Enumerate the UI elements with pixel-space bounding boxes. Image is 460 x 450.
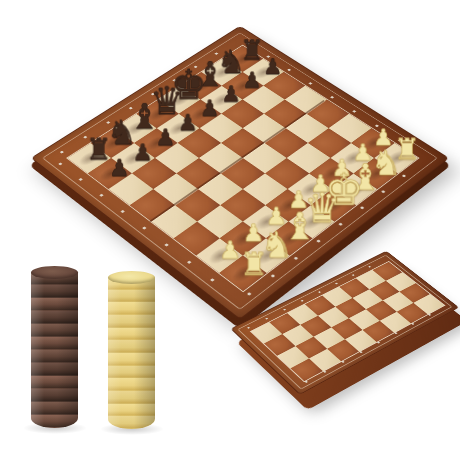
checker-disc bbox=[108, 416, 155, 429]
folded-board-square bbox=[282, 325, 313, 346]
folded-board-square bbox=[327, 339, 359, 361]
checkers-stack-brown-body bbox=[31, 272, 78, 428]
board-squares-grid: ♜♞♝♛♚♝♞♜♟♟♟♟♟♟♟♟♟♟♟♟♟♟♟♟♜♞♝♛♚♝♞♜ bbox=[66, 45, 420, 292]
checker-disc bbox=[108, 404, 155, 417]
checker-disc bbox=[31, 311, 78, 324]
folded-board-square bbox=[300, 316, 331, 337]
piece-dark-pawn-d7: ♟ bbox=[177, 112, 197, 135]
folded-board-square bbox=[277, 346, 309, 368]
piece-dark-pawn-b7: ♟ bbox=[132, 142, 153, 165]
checkers-stack-brown bbox=[31, 272, 78, 428]
piece-dark-pawn-c7: ♟ bbox=[155, 127, 176, 150]
piece-dark-pawn-e7: ♟ bbox=[199, 98, 219, 120]
checker-disc bbox=[108, 353, 155, 366]
checker-disc bbox=[31, 324, 78, 337]
checker-disc bbox=[31, 389, 78, 402]
folded-board-square bbox=[251, 322, 282, 343]
piece-dark-pawn-g7: ♟ bbox=[242, 70, 262, 92]
checker-disc bbox=[31, 363, 78, 376]
checker-disc bbox=[31, 415, 78, 428]
checker-disc bbox=[31, 402, 78, 415]
folded-board-square bbox=[296, 337, 328, 359]
checkers-stack-yellow-top bbox=[108, 271, 155, 284]
checker-disc bbox=[108, 340, 155, 353]
piece-dark-pawn-a7: ♟ bbox=[109, 157, 130, 180]
checker-disc bbox=[31, 337, 78, 350]
piece-dark-rook-a8: ♜ bbox=[85, 136, 111, 165]
checker-disc bbox=[31, 285, 78, 298]
checker-disc bbox=[108, 290, 155, 303]
piece-dark-pawn-h7: ♟ bbox=[263, 56, 282, 78]
checkers-stack-yellow-body bbox=[108, 277, 155, 429]
checkers-stack-brown-top bbox=[31, 266, 78, 279]
checker-disc bbox=[108, 378, 155, 391]
checker-disc bbox=[31, 298, 78, 311]
piece-light-rook-a1: ♜ bbox=[239, 249, 267, 280]
folded-board-square bbox=[291, 358, 323, 381]
piece-light-pawn-a2: ♟ bbox=[219, 238, 241, 263]
square-h4 bbox=[306, 100, 349, 129]
checker-disc bbox=[31, 350, 78, 363]
folded-board-square bbox=[345, 330, 377, 352]
folded-board-square bbox=[264, 334, 295, 356]
checker-disc bbox=[31, 376, 78, 389]
checker-disc bbox=[108, 302, 155, 315]
folded-board-square bbox=[309, 349, 341, 371]
checker-disc bbox=[108, 391, 155, 404]
checker-disc bbox=[108, 328, 155, 341]
square-e5 bbox=[221, 128, 264, 158]
piece-dark-pawn-f7: ♟ bbox=[221, 84, 241, 106]
folded-board-square bbox=[314, 327, 345, 348]
checkers-stack-yellow bbox=[108, 277, 155, 429]
checker-disc bbox=[108, 366, 155, 379]
folded-board-square bbox=[331, 318, 362, 339]
chess-set-product-photo: ♜♞♝♛♚♝♞♜♟♟♟♟♟♟♟♟♟♟♟♟♟♟♟♟♜♞♝♛♚♝♞♜ bbox=[0, 0, 460, 450]
folded-board-square bbox=[363, 321, 394, 342]
checker-disc bbox=[108, 315, 155, 328]
